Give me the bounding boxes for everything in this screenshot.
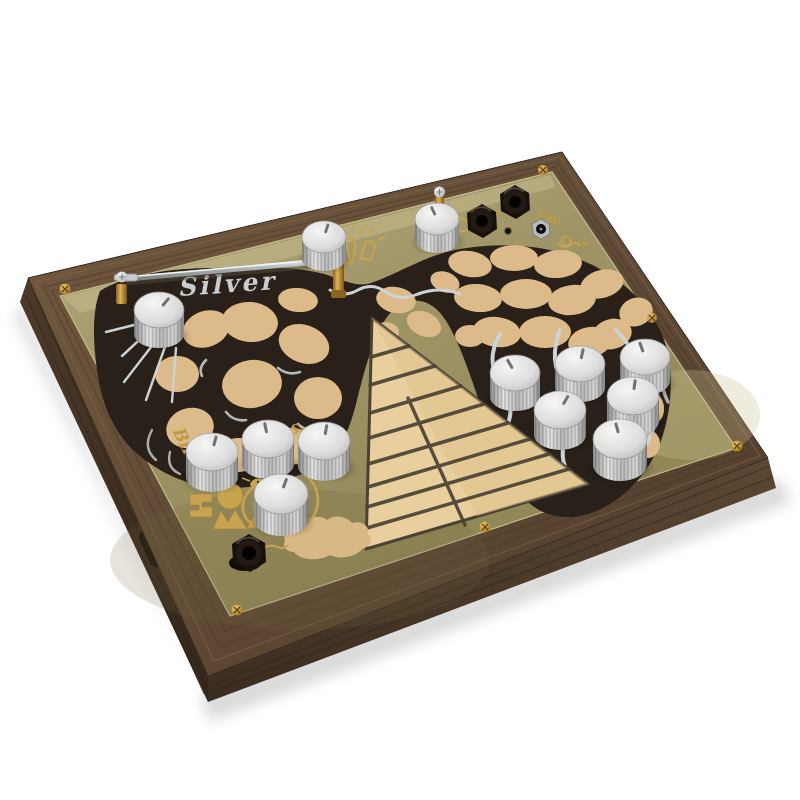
knob-8 [489, 355, 543, 411]
knob-1 [301, 221, 349, 271]
front-panel: out 12v + Silver Birds Spells [60, 165, 761, 630]
knob-5 [241, 420, 297, 479]
knob-11 [533, 391, 589, 450]
knob-7 [253, 474, 311, 536]
knob-6 [297, 422, 353, 481]
knob-13 [592, 419, 650, 481]
knob-4 [185, 433, 241, 492]
knob-2 [414, 203, 462, 253]
panel-hole [505, 228, 512, 235]
instrument-photo-svg: out 12v + Silver Birds Spells [0, 0, 800, 800]
instrument-photo: out 12v + Silver Birds Spells [0, 0, 800, 800]
knob-3 [133, 292, 187, 348]
